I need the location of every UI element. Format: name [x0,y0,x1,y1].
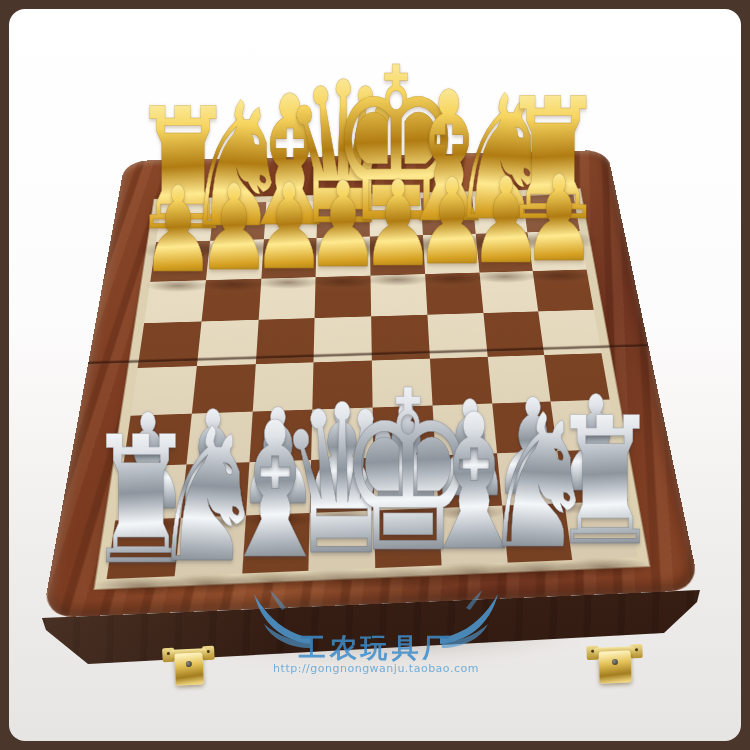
piece-silver-rook: ♜ [526,394,684,570]
chess-piece-glyph: ♜ [549,394,659,570]
photo-scene: ♜♞♝♛♚♝♞♜♟♟♟♟♟♟♟♟♟♟♟♟♟♟♟♟♜♞♝♛♚♝♞♜ 工农玩具厂 h… [9,9,741,741]
photo-stage: ♜♞♝♛♚♝♞♜♟♟♟♟♟♟♟♟♟♟♟♟♟♟♟♟♜♞♝♛♚♝♞♜ 工农玩具厂 h… [9,9,741,741]
watermark-url-text: http://gongnongwanju.taobao.com [256,662,496,675]
piece-gold-pawn: ♟ [506,160,612,278]
watermark-brand-text: 工农玩具厂 [256,630,496,666]
chess-piece-glyph: ♟ [522,160,596,278]
watermark: 工农玩具厂 http://gongnongwanju.taobao.com [256,586,496,678]
